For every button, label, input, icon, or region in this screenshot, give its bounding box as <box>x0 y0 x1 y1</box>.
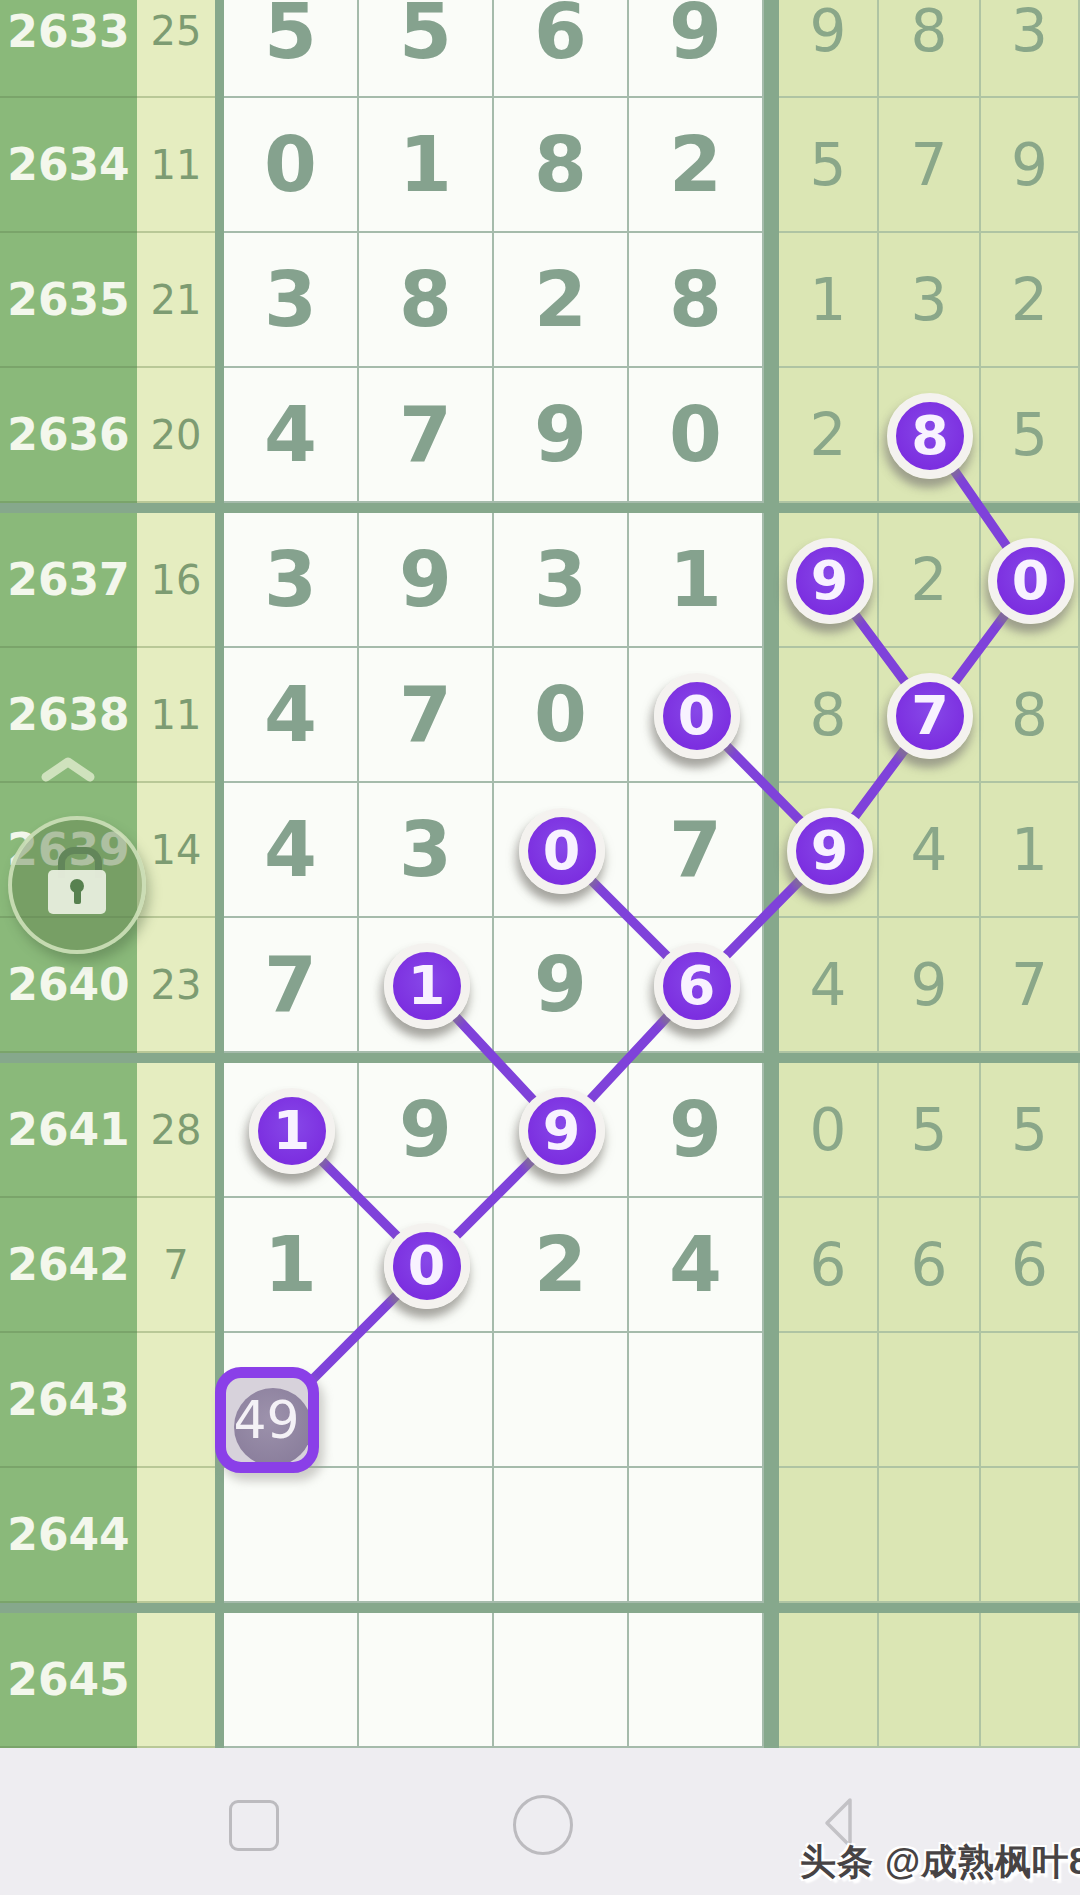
keyhole-stem <box>74 890 81 904</box>
trend-node-circle: 1 <box>384 943 470 1029</box>
trend-node-circle: 6 <box>654 943 740 1029</box>
lock-icon-body <box>48 870 106 914</box>
trend-node-circle: 9 <box>519 1088 605 1174</box>
watermark: 头条 @成熟枫叶888 <box>800 1838 1080 1887</box>
home-circle-icon[interactable] <box>513 1795 573 1855</box>
trend-node-circle: 9 <box>787 538 873 624</box>
trend-node-circle: 8 <box>887 393 973 479</box>
lottery-trend-screen: 2633255569983263411018257926352138281322… <box>0 0 1080 1895</box>
chevron-up-icon <box>46 762 90 777</box>
trend-node-circle: 0 <box>519 808 605 894</box>
trend-node-circle: 0 <box>384 1223 470 1309</box>
recents-square-icon[interactable] <box>229 1800 279 1851</box>
trend-node-circle: 0 <box>988 538 1074 624</box>
trend-node-circle: 1 <box>249 1088 335 1174</box>
trend-node-circle: 9 <box>787 808 873 894</box>
trend-node-circle: 0 <box>654 673 740 759</box>
next-pick-badge[interactable]: 49 <box>215 1367 319 1473</box>
trend-node-circle: 7 <box>887 673 973 759</box>
badge-label: 49 <box>233 1390 299 1450</box>
lock-button[interactable] <box>8 816 146 954</box>
